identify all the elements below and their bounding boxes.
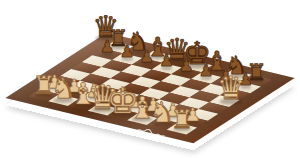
black-pawn-f7: ♟ (199, 63, 214, 80)
chess-set-photo: ♜♞♝♛♚♝♞♜♟♟♟♟♟♟♟♟♟♟♟♟♟♟♟♟♜♞♝♛♚♝♞♜♛♛ (0, 0, 300, 158)
white-rook-h1: ♜ (171, 106, 194, 131)
black-pawn-e7: ♟ (179, 59, 194, 76)
black-pawn-a7: ♟ (100, 40, 115, 57)
black-pawn-d7: ♟ (159, 54, 174, 71)
white-queen-spare: ♛ (217, 73, 246, 105)
black-pawn-c7: ♟ (140, 49, 155, 66)
black-pawn-b7: ♟ (120, 44, 135, 61)
